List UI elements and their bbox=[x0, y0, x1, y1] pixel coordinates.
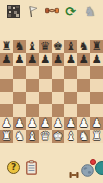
square-b1[interactable]: ♞ bbox=[13, 130, 26, 143]
square-e6[interactable] bbox=[52, 66, 65, 79]
square-c5[interactable] bbox=[26, 79, 39, 92]
square-d8[interactable]: ♛ bbox=[39, 40, 52, 53]
square-b4[interactable] bbox=[13, 92, 26, 105]
square-b6[interactable] bbox=[13, 66, 26, 79]
bottom-toolbar: ? bbox=[0, 158, 103, 180]
piece-black-pawn: ♟ bbox=[14, 54, 24, 66]
square-d7[interactable]: ♟ bbox=[39, 53, 52, 66]
square-g3[interactable] bbox=[77, 104, 90, 117]
piece-black-pawn: ♟ bbox=[40, 54, 50, 66]
computer-knight-icon[interactable]: ♞ bbox=[83, 4, 97, 18]
square-h6[interactable] bbox=[90, 66, 103, 79]
piece-white-bishop: ♝ bbox=[27, 131, 37, 143]
square-c3[interactable] bbox=[26, 104, 39, 117]
piece-white-pawn: ♟ bbox=[1, 118, 11, 130]
square-g2[interactable]: ♟ bbox=[77, 117, 90, 130]
chess-app-window: ⟳ ♞ ♜♞♝♛♚♝♞♜♟♟♟♟♟♟♟♟♟♟♟♟♟♟♟♟♜♞♝♛♚♝♞♜ ? bbox=[0, 0, 103, 183]
square-e1[interactable]: ♚ bbox=[52, 130, 65, 143]
piece-white-pawn: ♟ bbox=[53, 118, 63, 130]
training-dumbbell-icon[interactable] bbox=[69, 164, 79, 183]
square-e8[interactable]: ♚ bbox=[52, 40, 65, 53]
square-f7[interactable]: ♟ bbox=[64, 53, 77, 66]
square-e2[interactable]: ♟ bbox=[52, 117, 65, 130]
square-d4[interactable] bbox=[39, 92, 52, 105]
top-toolbar: ⟳ ♞ bbox=[0, 3, 103, 19]
piece-white-pawn: ♟ bbox=[79, 118, 89, 130]
square-h4[interactable] bbox=[90, 92, 103, 105]
square-h7[interactable]: ♟ bbox=[90, 53, 103, 66]
square-c7[interactable]: ♟ bbox=[26, 53, 39, 66]
square-b8[interactable]: ♞ bbox=[13, 40, 26, 53]
knight-glyph: ♞ bbox=[84, 5, 96, 18]
square-a8[interactable]: ♜ bbox=[0, 40, 13, 53]
piece-black-bishop: ♝ bbox=[27, 41, 37, 53]
piece-white-pawn: ♟ bbox=[27, 118, 37, 130]
square-g5[interactable] bbox=[77, 79, 90, 92]
piece-black-pawn: ♟ bbox=[27, 54, 37, 66]
square-e3[interactable] bbox=[52, 104, 65, 117]
restart-glyph: ⟳ bbox=[65, 5, 76, 18]
piece-black-rook: ♜ bbox=[91, 41, 101, 53]
square-a2[interactable]: ♟ bbox=[0, 117, 13, 130]
square-d6[interactable] bbox=[39, 66, 52, 79]
piece-white-pawn: ♟ bbox=[91, 118, 101, 130]
piece-white-queen: ♛ bbox=[40, 131, 50, 143]
square-d1[interactable]: ♛ bbox=[39, 130, 52, 143]
piece-white-knight: ♞ bbox=[79, 131, 89, 143]
square-g7[interactable]: ♟ bbox=[77, 53, 90, 66]
piece-white-pawn: ♟ bbox=[14, 118, 24, 130]
piece-black-queen: ♛ bbox=[40, 41, 50, 53]
square-h5[interactable] bbox=[90, 79, 103, 92]
square-a4[interactable] bbox=[0, 92, 13, 105]
square-d3[interactable] bbox=[39, 104, 52, 117]
square-f6[interactable] bbox=[64, 66, 77, 79]
square-b7[interactable]: ♟ bbox=[13, 53, 26, 66]
piece-black-rook: ♜ bbox=[1, 41, 11, 53]
piece-white-rook: ♜ bbox=[1, 131, 11, 143]
piece-black-knight: ♞ bbox=[79, 41, 89, 53]
square-e4[interactable] bbox=[52, 92, 65, 105]
piece-black-bishop: ♝ bbox=[66, 41, 76, 53]
piece-white-pawn: ♟ bbox=[40, 118, 50, 130]
square-g8[interactable]: ♞ bbox=[77, 40, 90, 53]
help-icon[interactable]: ? bbox=[7, 161, 20, 174]
piece-black-pawn: ♟ bbox=[79, 54, 89, 66]
teal-circle-icon[interactable] bbox=[95, 161, 103, 175]
draw-handshake-icon[interactable] bbox=[45, 4, 59, 18]
square-a6[interactable] bbox=[0, 66, 13, 79]
square-g6[interactable] bbox=[77, 66, 90, 79]
square-f4[interactable] bbox=[64, 92, 77, 105]
square-f2[interactable]: ♟ bbox=[64, 117, 77, 130]
pixel-board-icon[interactable] bbox=[6, 4, 20, 18]
square-a1[interactable]: ♜ bbox=[0, 130, 13, 143]
square-c2[interactable]: ♟ bbox=[26, 117, 39, 130]
piece-black-king: ♚ bbox=[53, 41, 63, 53]
square-d2[interactable]: ♟ bbox=[39, 117, 52, 130]
square-h1[interactable]: ♜ bbox=[90, 130, 103, 143]
square-b3[interactable] bbox=[13, 104, 26, 117]
piece-black-pawn: ♟ bbox=[1, 54, 11, 66]
square-d5[interactable] bbox=[39, 79, 52, 92]
square-c8[interactable]: ♝ bbox=[26, 40, 39, 53]
square-c4[interactable] bbox=[26, 92, 39, 105]
square-g1[interactable]: ♞ bbox=[77, 130, 90, 143]
piece-black-pawn: ♟ bbox=[91, 54, 101, 66]
piece-white-rook: ♜ bbox=[91, 131, 101, 143]
square-e7[interactable]: ♟ bbox=[52, 53, 65, 66]
square-f3[interactable] bbox=[64, 104, 77, 117]
square-a7[interactable]: ♟ bbox=[0, 53, 13, 66]
scoresheet-clipboard-icon[interactable] bbox=[26, 160, 37, 179]
square-f1[interactable]: ♝ bbox=[64, 130, 77, 143]
square-f8[interactable]: ♝ bbox=[64, 40, 77, 53]
new-game-restart-icon[interactable]: ⟳ bbox=[64, 4, 78, 18]
square-g4[interactable] bbox=[77, 92, 90, 105]
square-b5[interactable] bbox=[13, 79, 26, 92]
square-f5[interactable] bbox=[64, 79, 77, 92]
square-c6[interactable] bbox=[26, 66, 39, 79]
resign-flag-icon[interactable] bbox=[25, 4, 39, 18]
piece-white-bishop: ♝ bbox=[66, 131, 76, 143]
piece-black-knight: ♞ bbox=[14, 41, 24, 53]
square-h8[interactable]: ♜ bbox=[90, 40, 103, 53]
square-h3[interactable] bbox=[90, 104, 103, 117]
piece-white-knight: ♞ bbox=[14, 131, 24, 143]
online-globe-icon[interactable] bbox=[81, 162, 94, 175]
chess-board[interactable]: ♜♞♝♛♚♝♞♜♟♟♟♟♟♟♟♟♟♟♟♟♟♟♟♟♜♞♝♛♚♝♞♜ bbox=[0, 40, 103, 143]
piece-black-pawn: ♟ bbox=[66, 54, 76, 66]
piece-black-pawn: ♟ bbox=[53, 54, 63, 66]
square-a3[interactable] bbox=[0, 104, 13, 117]
piece-white-pawn: ♟ bbox=[66, 118, 76, 130]
square-e5[interactable] bbox=[52, 79, 65, 92]
square-h2[interactable]: ♟ bbox=[90, 117, 103, 130]
square-c1[interactable]: ♝ bbox=[26, 130, 39, 143]
square-a5[interactable] bbox=[0, 79, 13, 92]
square-b2[interactable]: ♟ bbox=[13, 117, 26, 130]
piece-white-king: ♚ bbox=[53, 131, 63, 143]
